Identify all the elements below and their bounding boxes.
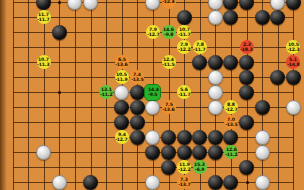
move-suggestion-label[interactable]: -12.4: [162, 0, 176, 9]
black-stone: [161, 145, 176, 160]
black-stone: [177, 145, 192, 160]
move-suggestion-label[interactable]: 5.6-11.7: [177, 85, 191, 99]
score-loss-value: -12.4: [162, 0, 174, 4]
move-suggestion-label[interactable]: 7.5-13.6: [162, 100, 176, 114]
black-stone: [161, 160, 176, 175]
move-suggestion-label[interactable]: 13.1-11.2: [99, 85, 113, 99]
score-loss-value: -12.7: [147, 32, 159, 37]
score-loss-value: -13.7: [178, 182, 190, 187]
black-stone: [255, 10, 270, 25]
black-stone: [208, 145, 223, 160]
move-suggestion-label[interactable]: 14.4-9.5: [145, 85, 160, 100]
score-loss-value: -11.7: [194, 47, 206, 52]
white-stone: [208, 10, 223, 25]
move-suggestion-label[interactable]: 11.7-11.7: [37, 10, 51, 24]
white-stone: [208, 70, 223, 85]
black-stone: [130, 130, 145, 145]
black-stone: [223, 130, 238, 145]
white-stone: [114, 85, 129, 100]
score-loss-value: -11.5: [162, 62, 174, 67]
black-stone: [239, 55, 254, 70]
black-stone: [286, 70, 301, 85]
black-stone: [255, 100, 270, 115]
grid-line-vertical: [44, 0, 45, 190]
black-stone: [239, 0, 254, 10]
black-stone: [192, 145, 207, 160]
black-stone: [239, 115, 254, 130]
score-loss-value: -11.2: [100, 92, 112, 97]
black-stone: [239, 160, 254, 175]
black-stone: [177, 130, 192, 145]
move-suggestion-label[interactable]: 14.6-9.8: [162, 25, 176, 39]
score-loss-value: -11.2: [225, 152, 237, 157]
move-suggestion-label[interactable]: 7.8-11.7: [193, 40, 207, 54]
black-stone: [145, 145, 160, 160]
black-stone: [223, 0, 238, 10]
hoshi-star-point: [58, 91, 61, 94]
white-stone: [145, 0, 160, 10]
black-stone: [223, 55, 238, 70]
move-suggestion-label[interactable]: 8.8-12.7: [224, 100, 238, 114]
grid-line-vertical: [278, 0, 279, 190]
black-stone: [114, 115, 129, 130]
move-suggestion-label[interactable]: 12.6-11.2: [224, 145, 238, 159]
white-stone: [83, 0, 98, 10]
white-stone: [208, 85, 223, 100]
move-suggestion-label[interactable]: 10.5-12.3: [286, 40, 300, 54]
black-stone: [286, 0, 301, 10]
white-stone: [255, 175, 270, 190]
black-stone: [114, 100, 129, 115]
white-stone: [36, 145, 51, 160]
move-suggestion-label[interactable]: 7.9-12.2: [177, 40, 191, 54]
white-stone: [286, 100, 301, 115]
black-stone: [192, 130, 207, 145]
go-board[interactable]: -12.411.7-11.77.9-12.714.6-9.810.7-11.77…: [0, 0, 304, 190]
white-stone: [208, 100, 223, 115]
white-stone: [145, 100, 160, 115]
score-loss-value: -12.7: [225, 107, 237, 112]
move-suggestion-label[interactable]: 10.7-11.7: [177, 25, 191, 39]
white-stone: [270, 0, 285, 10]
black-stone: [208, 130, 223, 145]
black-stone: [208, 175, 223, 190]
black-stone: [239, 70, 254, 85]
black-stone: [130, 115, 145, 130]
black-stone: [161, 130, 176, 145]
move-suggestion-label[interactable]: 11.9-12.2: [177, 160, 191, 174]
score-loss-value: -11.9: [116, 77, 128, 82]
score-loss-value: -6.9: [195, 167, 204, 172]
score-loss-value: -18.3: [240, 47, 252, 52]
hoshi-star-point: [246, 181, 249, 184]
black-stone: [36, 0, 51, 10]
score-loss-value: -11.7: [38, 17, 50, 22]
grid-line-vertical: [13, 0, 14, 190]
black-stone: [223, 10, 238, 25]
score-loss-value: -12.2: [178, 167, 190, 172]
grid-line-vertical: [91, 0, 92, 190]
score-loss-value: -13.5: [225, 122, 237, 127]
move-suggestion-label[interactable]: 7.3-13.7: [177, 175, 191, 189]
black-stone: [239, 85, 254, 100]
score-loss-value: -14.8: [287, 62, 299, 67]
move-suggestion-label[interactable]: 15.3-6.9: [193, 160, 207, 174]
move-suggestion-label[interactable]: 7.9-12.7: [146, 25, 160, 39]
score-loss-value: -9.5: [148, 92, 157, 97]
white-stone: [208, 0, 223, 10]
score-loss-value: -13.6: [162, 107, 174, 112]
move-suggestion-label[interactable]: 5.1-14.8: [286, 55, 300, 69]
move-suggestion-label[interactable]: 10.7-11.3: [37, 55, 51, 69]
move-suggestion-label[interactable]: 10.5-11.9: [115, 70, 129, 84]
move-suggestion-label[interactable]: 6.5-13.6: [115, 55, 129, 69]
white-stone: [52, 175, 67, 190]
score-loss-value: -13.6: [116, 62, 128, 67]
black-stone: [177, 10, 192, 25]
score-loss-value: -12.3: [287, 47, 299, 52]
grid-line-horizontal: [13, 17, 295, 18]
grid-line-vertical: [75, 0, 76, 190]
grid-line-vertical: [262, 0, 263, 190]
grid-line-vertical: [28, 0, 29, 190]
grid-line-vertical: [293, 0, 294, 190]
black-stone: [208, 55, 223, 70]
score-loss-value: -12.7: [116, 137, 128, 142]
black-stone: [270, 10, 285, 25]
move-suggestion-label[interactable]: 7.0-13.5: [224, 115, 238, 129]
score-loss-value: -12.2: [178, 47, 190, 52]
score-loss-value: -11.3: [38, 62, 50, 67]
move-suggestion-label[interactable]: 12.4-11.5: [162, 55, 176, 69]
move-suggestion-label[interactable]: 2.3-18.3: [240, 40, 254, 54]
hoshi-star-point: [58, 1, 61, 4]
score-loss-value: -11.7: [178, 32, 190, 37]
black-stone: [83, 175, 98, 190]
white-stone: [255, 130, 270, 145]
grid-line-vertical: [231, 0, 232, 190]
white-stone: [67, 0, 82, 10]
score-loss-value: -11.7: [178, 92, 190, 97]
black-stone: [52, 25, 67, 40]
black-stone: [130, 100, 145, 115]
black-stone: [130, 85, 145, 100]
move-suggestion-label[interactable]: 7.4-13.5: [130, 70, 144, 84]
black-stone: [192, 55, 207, 70]
score-loss-value: -13.5: [131, 77, 143, 82]
score-loss-value: -9.8: [164, 32, 173, 37]
white-stone: [255, 145, 270, 160]
move-suggestion-label[interactable]: 9.4-12.7: [115, 130, 129, 144]
black-stone: [270, 70, 285, 85]
black-stone: [223, 175, 238, 190]
white-stone: [145, 130, 160, 145]
white-stone: [145, 175, 160, 190]
